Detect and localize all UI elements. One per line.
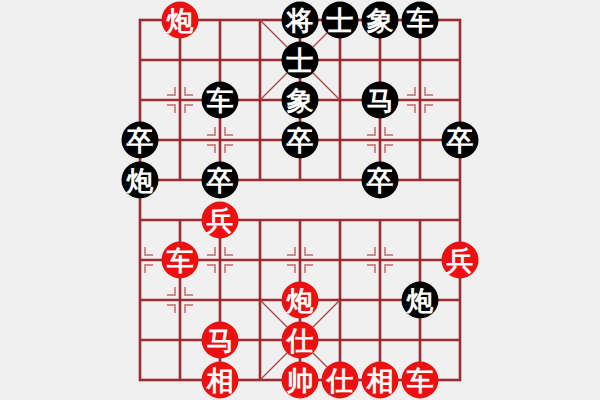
piece-black-cannon[interactable]: 炮 bbox=[402, 282, 439, 319]
piece-black-soldier[interactable]: 卒 bbox=[362, 162, 399, 199]
piece-black-elephant[interactable]: 象 bbox=[362, 2, 399, 39]
piece-red-general[interactable]: 帅 bbox=[282, 362, 319, 399]
piece-black-elephant[interactable]: 象 bbox=[282, 82, 319, 119]
piece-black-general[interactable]: 将 bbox=[282, 2, 319, 39]
piece-black-chariot[interactable]: 车 bbox=[202, 82, 239, 119]
piece-red-cannon[interactable]: 炮 bbox=[162, 2, 199, 39]
piece-black-horse[interactable]: 马 bbox=[362, 82, 399, 119]
xiangqi-app: 炮将士象车士车象马卒卒卒炮卒卒兵车兵炮炮马仕相帅仕相车 bbox=[0, 0, 600, 400]
piece-red-cannon[interactable]: 炮 bbox=[282, 282, 319, 319]
piece-red-chariot[interactable]: 车 bbox=[402, 362, 439, 399]
piece-red-horse[interactable]: 马 bbox=[202, 322, 239, 359]
piece-black-chariot[interactable]: 车 bbox=[402, 2, 439, 39]
piece-red-chariot[interactable]: 车 bbox=[162, 242, 199, 279]
xiangqi-board: 炮将士象车士车象马卒卒卒炮卒卒兵车兵炮炮马仕相帅仕相车 bbox=[120, 0, 480, 400]
piece-red-soldier[interactable]: 兵 bbox=[202, 202, 239, 239]
piece-red-advisor[interactable]: 仕 bbox=[322, 362, 359, 399]
piece-black-soldier[interactable]: 卒 bbox=[442, 122, 479, 159]
piece-red-soldier[interactable]: 兵 bbox=[442, 242, 479, 279]
piece-black-cannon[interactable]: 炮 bbox=[122, 162, 159, 199]
piece-black-soldier[interactable]: 卒 bbox=[122, 122, 159, 159]
piece-black-advisor[interactable]: 士 bbox=[322, 2, 359, 39]
piece-black-advisor[interactable]: 士 bbox=[282, 42, 319, 79]
piece-black-soldier[interactable]: 卒 bbox=[282, 122, 319, 159]
piece-red-elephant[interactable]: 相 bbox=[362, 362, 399, 399]
piece-red-elephant[interactable]: 相 bbox=[202, 362, 239, 399]
piece-black-soldier[interactable]: 卒 bbox=[202, 162, 239, 199]
piece-red-advisor[interactable]: 仕 bbox=[282, 322, 319, 359]
pieces-layer: 炮将士象车士车象马卒卒卒炮卒卒兵车兵炮炮马仕相帅仕相车 bbox=[120, 0, 480, 400]
